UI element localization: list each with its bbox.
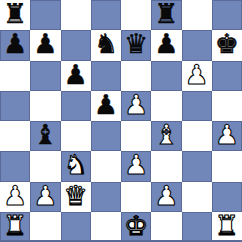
square-g8[interactable]	[182, 0, 212, 30]
square-h2[interactable]	[212, 182, 242, 212]
square-e7[interactable]: ♛	[121, 30, 151, 60]
square-f1[interactable]	[151, 212, 181, 242]
square-c4[interactable]	[61, 121, 91, 151]
square-c5[interactable]	[61, 91, 91, 121]
square-b6[interactable]	[30, 61, 60, 91]
square-c3[interactable]: ♞	[61, 151, 91, 181]
square-g7[interactable]	[182, 30, 212, 60]
black-pawn[interactable]: ♟	[64, 61, 88, 90]
white-rook[interactable]: ♜	[215, 212, 239, 241]
black-pawn[interactable]: ♟	[33, 30, 57, 59]
white-king[interactable]: ♚	[124, 212, 148, 241]
square-d2[interactable]	[91, 182, 121, 212]
square-a7[interactable]: ♟	[0, 30, 30, 60]
black-pawn[interactable]: ♟	[94, 91, 118, 120]
square-b3[interactable]	[30, 151, 60, 181]
square-e4[interactable]	[121, 121, 151, 151]
square-g4[interactable]	[182, 121, 212, 151]
square-a3[interactable]	[0, 151, 30, 181]
white-pawn[interactable]: ♟	[3, 182, 27, 211]
black-rook[interactable]: ♜	[154, 0, 178, 29]
white-bishop[interactable]: ♝	[154, 121, 178, 150]
square-c7[interactable]	[61, 30, 91, 60]
square-f7[interactable]: ♟	[151, 30, 181, 60]
square-f2[interactable]: ♟	[151, 182, 181, 212]
square-h5[interactable]	[212, 91, 242, 121]
square-e5[interactable]: ♟	[121, 91, 151, 121]
square-c6[interactable]: ♟	[61, 61, 91, 91]
square-d3[interactable]	[91, 151, 121, 181]
square-c2[interactable]: ♛	[61, 182, 91, 212]
square-e8[interactable]	[121, 0, 151, 30]
square-e3[interactable]: ♟	[121, 151, 151, 181]
square-b5[interactable]	[30, 91, 60, 121]
square-d1[interactable]	[91, 212, 121, 242]
white-pawn[interactable]: ♟	[215, 121, 239, 150]
square-f8[interactable]: ♜	[151, 0, 181, 30]
square-e2[interactable]	[121, 182, 151, 212]
square-a6[interactable]	[0, 61, 30, 91]
black-king[interactable]: ♚	[215, 30, 239, 59]
square-e1[interactable]: ♚	[121, 212, 151, 242]
white-pawn[interactable]: ♟	[124, 91, 148, 120]
square-h6[interactable]	[212, 61, 242, 91]
square-b7[interactable]: ♟	[30, 30, 60, 60]
square-g6[interactable]: ♟	[182, 61, 212, 91]
square-h1[interactable]: ♜	[212, 212, 242, 242]
square-a8[interactable]: ♜	[0, 0, 30, 30]
white-pawn[interactable]: ♟	[124, 151, 148, 180]
white-queen[interactable]: ♛	[64, 182, 88, 211]
square-d8[interactable]	[91, 0, 121, 30]
black-rook[interactable]: ♜	[3, 0, 27, 29]
chess-board-grid: ♜♜♟♟♞♛♟♚♟♟♟♟♝♝♟♞♟♟♟♛♟♜♚♜	[0, 0, 242, 242]
white-knight[interactable]: ♞	[64, 151, 88, 180]
square-e6[interactable]	[121, 61, 151, 91]
square-d5[interactable]: ♟	[91, 91, 121, 121]
square-f5[interactable]	[151, 91, 181, 121]
square-b4[interactable]: ♝	[30, 121, 60, 151]
black-queen[interactable]: ♛	[124, 30, 148, 59]
square-g3[interactable]	[182, 151, 212, 181]
square-a1[interactable]: ♜	[0, 212, 30, 242]
square-b1[interactable]	[30, 212, 60, 242]
square-g5[interactable]	[182, 91, 212, 121]
square-b8[interactable]	[30, 0, 60, 30]
square-c1[interactable]	[61, 212, 91, 242]
black-bishop[interactable]: ♝	[33, 121, 57, 150]
square-a4[interactable]	[0, 121, 30, 151]
square-f3[interactable]	[151, 151, 181, 181]
white-pawn[interactable]: ♟	[33, 182, 57, 211]
square-d6[interactable]	[91, 61, 121, 91]
square-h7[interactable]: ♚	[212, 30, 242, 60]
square-g2[interactable]	[182, 182, 212, 212]
black-pawn[interactable]: ♟	[154, 30, 178, 59]
white-pawn[interactable]: ♟	[185, 61, 209, 90]
square-a5[interactable]	[0, 91, 30, 121]
square-g1[interactable]	[182, 212, 212, 242]
square-f4[interactable]: ♝	[151, 121, 181, 151]
black-pawn[interactable]: ♟	[3, 30, 27, 59]
white-pawn[interactable]: ♟	[154, 182, 178, 211]
square-h3[interactable]	[212, 151, 242, 181]
black-knight[interactable]: ♞	[94, 30, 118, 59]
chess-board: ♜♜♟♟♞♛♟♚♟♟♟♟♝♝♟♞♟♟♟♛♟♜♚♜	[0, 0, 242, 242]
square-h8[interactable]	[212, 0, 242, 30]
square-f6[interactable]	[151, 61, 181, 91]
square-d4[interactable]	[91, 121, 121, 151]
square-b2[interactable]: ♟	[30, 182, 60, 212]
square-a2[interactable]: ♟	[0, 182, 30, 212]
square-h4[interactable]: ♟	[212, 121, 242, 151]
square-c8[interactable]	[61, 0, 91, 30]
square-d7[interactable]: ♞	[91, 30, 121, 60]
white-rook[interactable]: ♜	[3, 212, 27, 241]
